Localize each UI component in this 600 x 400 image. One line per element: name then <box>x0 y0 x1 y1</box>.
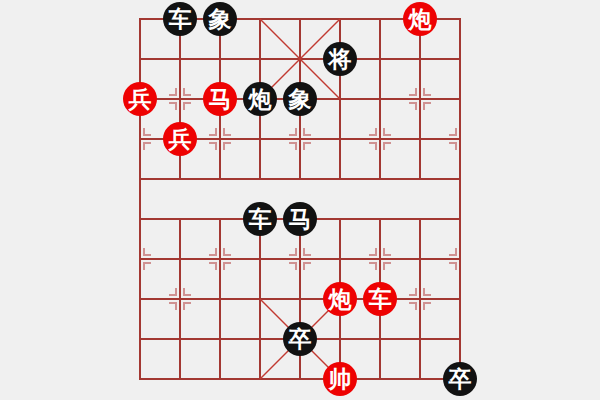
piece-black-horse[interactable]: 马 <box>283 202 317 236</box>
app-background: 车象炮将兵马炮象兵车马炮车卒帅卒 <box>0 0 600 400</box>
piece-black-cannon[interactable]: 炮 <box>243 82 277 116</box>
xiangqi-board[interactable]: 车象炮将兵马炮象兵车马炮车卒帅卒 <box>0 0 600 400</box>
piece-red-cannon[interactable]: 炮 <box>323 282 357 316</box>
piece-black-chariot[interactable]: 车 <box>243 202 277 236</box>
piece-black-soldier[interactable]: 卒 <box>443 362 477 396</box>
piece-red-soldier[interactable]: 兵 <box>163 122 197 156</box>
piece-red-horse[interactable]: 马 <box>203 82 237 116</box>
piece-red-cannon[interactable]: 炮 <box>403 2 437 36</box>
piece-black-general[interactable]: 将 <box>323 42 357 76</box>
piece-red-general[interactable]: 帅 <box>323 362 357 396</box>
piece-red-chariot[interactable]: 车 <box>363 282 397 316</box>
piece-black-soldier[interactable]: 卒 <box>283 322 317 356</box>
piece-black-elephant[interactable]: 象 <box>283 82 317 116</box>
piece-red-soldier[interactable]: 兵 <box>123 82 157 116</box>
pieces-layer: 车象炮将兵马炮象兵车马炮车卒帅卒 <box>120 0 480 399</box>
piece-black-chariot[interactable]: 车 <box>163 2 197 36</box>
piece-black-elephant[interactable]: 象 <box>203 2 237 36</box>
